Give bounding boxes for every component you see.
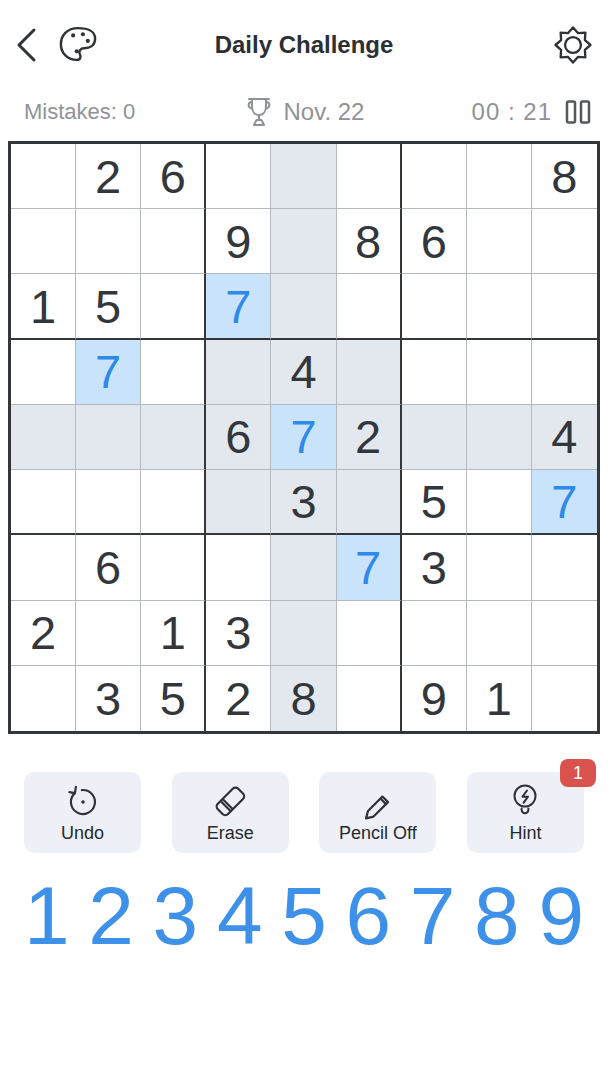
numpad-7[interactable]: 7 bbox=[410, 868, 456, 964]
cell-r6c8[interactable] bbox=[467, 470, 532, 535]
hint-bulb-icon bbox=[505, 781, 545, 821]
tool-bar: Undo Erase Pencil O bbox=[0, 772, 608, 853]
cell-r3c6[interactable] bbox=[337, 274, 402, 339]
cell-r7c6[interactable]: 7 bbox=[337, 535, 402, 600]
numpad-8[interactable]: 8 bbox=[474, 868, 520, 964]
cell-r4c5[interactable]: 4 bbox=[271, 340, 336, 405]
cell-r9c7[interactable]: 9 bbox=[402, 666, 467, 731]
cell-r3c5[interactable] bbox=[271, 274, 336, 339]
cell-r5c1[interactable] bbox=[11, 405, 76, 470]
cell-r8c6[interactable] bbox=[337, 601, 402, 666]
cell-r3c2[interactable]: 5 bbox=[76, 274, 141, 339]
settings-gear-icon bbox=[552, 24, 594, 66]
cell-r1c2[interactable]: 2 bbox=[76, 144, 141, 209]
cell-r9c9[interactable] bbox=[532, 666, 597, 731]
cell-r6c4[interactable] bbox=[206, 470, 271, 535]
page-title: Daily Challenge bbox=[0, 31, 608, 59]
cell-r4c4[interactable] bbox=[206, 340, 271, 405]
cell-r6c6[interactable] bbox=[337, 470, 402, 535]
undo-label: Undo bbox=[61, 823, 104, 844]
cell-r8c2[interactable] bbox=[76, 601, 141, 666]
settings-button[interactable] bbox=[552, 24, 594, 66]
cell-r2c9[interactable] bbox=[532, 209, 597, 274]
pause-icon bbox=[564, 98, 592, 126]
cell-r3c3[interactable] bbox=[141, 274, 206, 339]
cell-r3c8[interactable] bbox=[467, 274, 532, 339]
pause-button[interactable] bbox=[564, 98, 592, 126]
cell-r1c6[interactable] bbox=[337, 144, 402, 209]
numpad-5[interactable]: 5 bbox=[281, 868, 327, 964]
cell-r7c3[interactable] bbox=[141, 535, 206, 600]
cell-r6c3[interactable] bbox=[141, 470, 206, 535]
sudoku-board: 268986157746724357673213352891 bbox=[8, 141, 600, 734]
cell-r3c4[interactable]: 7 bbox=[206, 274, 271, 339]
cell-r1c7[interactable] bbox=[402, 144, 467, 209]
hint-button[interactable]: Hint 1 bbox=[467, 772, 584, 853]
numpad-3[interactable]: 3 bbox=[153, 868, 199, 964]
cell-r5c7[interactable] bbox=[402, 405, 467, 470]
cell-r5c5[interactable]: 7 bbox=[271, 405, 336, 470]
eraser-icon bbox=[210, 781, 250, 821]
cell-r7c2[interactable]: 6 bbox=[76, 535, 141, 600]
cell-r8c3[interactable]: 1 bbox=[141, 601, 206, 666]
cell-r1c8[interactable] bbox=[467, 144, 532, 209]
numpad-6[interactable]: 6 bbox=[345, 868, 391, 964]
cell-r4c3[interactable] bbox=[141, 340, 206, 405]
cell-r4c9[interactable] bbox=[532, 340, 597, 405]
cell-r9c1[interactable] bbox=[11, 666, 76, 731]
numpad-2[interactable]: 2 bbox=[88, 868, 134, 964]
cell-r2c6[interactable]: 8 bbox=[337, 209, 402, 274]
pencil-label: Pencil Off bbox=[339, 823, 417, 844]
cell-r2c7[interactable]: 6 bbox=[402, 209, 467, 274]
erase-label: Erase bbox=[207, 823, 254, 844]
cell-r2c1[interactable] bbox=[11, 209, 76, 274]
cell-r7c7[interactable]: 3 bbox=[402, 535, 467, 600]
cell-r5c2[interactable] bbox=[76, 405, 141, 470]
cell-r5c4[interactable]: 6 bbox=[206, 405, 271, 470]
cell-r8c7[interactable] bbox=[402, 601, 467, 666]
cell-r9c4[interactable]: 2 bbox=[206, 666, 271, 731]
cell-r6c1[interactable] bbox=[11, 470, 76, 535]
cell-r9c8[interactable]: 1 bbox=[467, 666, 532, 731]
cell-r8c4[interactable]: 3 bbox=[206, 601, 271, 666]
number-pad: 123456789 bbox=[0, 868, 608, 964]
cell-r7c4[interactable] bbox=[206, 535, 271, 600]
numpad-1[interactable]: 1 bbox=[24, 868, 70, 964]
cell-r7c9[interactable] bbox=[532, 535, 597, 600]
cell-r6c5[interactable]: 3 bbox=[271, 470, 336, 535]
hint-count-badge: 1 bbox=[560, 759, 596, 787]
cell-r9c2[interactable]: 3 bbox=[76, 666, 141, 731]
cell-r1c9[interactable]: 8 bbox=[532, 144, 597, 209]
cell-r4c6[interactable] bbox=[337, 340, 402, 405]
pencil-button[interactable]: Pencil Off bbox=[319, 772, 436, 853]
cell-r4c8[interactable] bbox=[467, 340, 532, 405]
cell-r2c2[interactable] bbox=[76, 209, 141, 274]
cell-r2c8[interactable] bbox=[467, 209, 532, 274]
cell-r3c1[interactable]: 1 bbox=[11, 274, 76, 339]
hint-label: Hint bbox=[509, 823, 541, 844]
cell-r9c5[interactable]: 8 bbox=[271, 666, 336, 731]
timer-value: 00 : 21 bbox=[472, 98, 552, 126]
cell-r4c1[interactable] bbox=[11, 340, 76, 405]
cell-r8c8[interactable] bbox=[467, 601, 532, 666]
erase-button[interactable]: Erase bbox=[172, 772, 289, 853]
cell-r1c5[interactable] bbox=[271, 144, 336, 209]
cell-r1c4[interactable] bbox=[206, 144, 271, 209]
cell-r9c3[interactable]: 5 bbox=[141, 666, 206, 731]
cell-r2c4[interactable]: 9 bbox=[206, 209, 271, 274]
cell-r2c5[interactable] bbox=[271, 209, 336, 274]
undo-icon bbox=[63, 781, 103, 821]
cell-r6c2[interactable] bbox=[76, 470, 141, 535]
cell-r8c5[interactable] bbox=[271, 601, 336, 666]
top-bar: Daily Challenge bbox=[0, 0, 608, 88]
trophy-icon bbox=[244, 94, 274, 130]
date-label: Nov. 22 bbox=[284, 98, 365, 126]
cell-r8c1[interactable]: 2 bbox=[11, 601, 76, 666]
cell-r8c9[interactable] bbox=[532, 601, 597, 666]
timer: 00 : 21 bbox=[472, 92, 592, 132]
sudoku-app: Daily Challenge Mistakes: 0 bbox=[0, 0, 608, 1080]
cell-r5c3[interactable] bbox=[141, 405, 206, 470]
cell-r5c9[interactable]: 4 bbox=[532, 405, 597, 470]
cell-r1c3[interactable]: 6 bbox=[141, 144, 206, 209]
cell-r9c6[interactable] bbox=[337, 666, 402, 731]
cell-r5c8[interactable] bbox=[467, 405, 532, 470]
cell-r6c7[interactable]: 5 bbox=[402, 470, 467, 535]
pencil-icon bbox=[358, 781, 398, 821]
cell-r6c9[interactable]: 7 bbox=[532, 470, 597, 535]
undo-button[interactable]: Undo bbox=[24, 772, 141, 853]
status-bar: Mistakes: 0 Nov. 22 00 : 21 bbox=[0, 92, 608, 132]
cell-r4c2[interactable]: 7 bbox=[76, 340, 141, 405]
cell-r3c7[interactable] bbox=[402, 274, 467, 339]
numpad-4[interactable]: 4 bbox=[217, 868, 263, 964]
cell-r2c3[interactable] bbox=[141, 209, 206, 274]
cell-r3c9[interactable] bbox=[532, 274, 597, 339]
cell-r7c8[interactable] bbox=[467, 535, 532, 600]
cell-r7c5[interactable] bbox=[271, 535, 336, 600]
cell-r7c1[interactable] bbox=[11, 535, 76, 600]
cell-r1c1[interactable] bbox=[11, 144, 76, 209]
cell-r5c6[interactable]: 2 bbox=[337, 405, 402, 470]
cell-r4c7[interactable] bbox=[402, 340, 467, 405]
numpad-9[interactable]: 9 bbox=[538, 868, 584, 964]
